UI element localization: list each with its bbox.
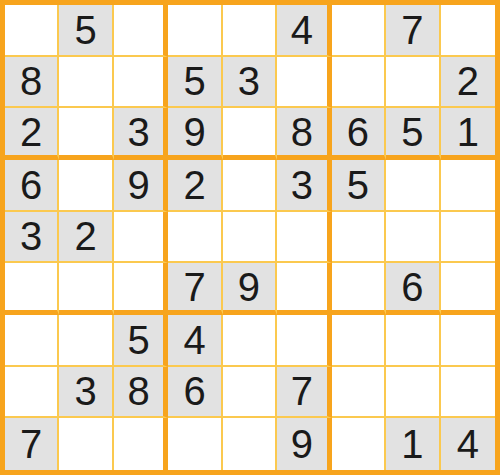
cell-r4c8[interactable] xyxy=(386,160,440,212)
cell-r7c4: 4 xyxy=(168,315,222,367)
cell-r6c9[interactable] xyxy=(441,263,495,315)
cell-r3c9: 1 xyxy=(441,108,495,160)
cell-r8c6: 7 xyxy=(277,367,331,419)
cell-r7c2[interactable] xyxy=(59,315,113,367)
cell-r3c4: 9 xyxy=(168,108,222,160)
cell-r1c2: 5 xyxy=(59,5,113,57)
cell-r2c8[interactable] xyxy=(386,57,440,109)
cell-r5c9[interactable] xyxy=(441,212,495,264)
cell-r4c4: 2 xyxy=(168,160,222,212)
cell-r2c9: 2 xyxy=(441,57,495,109)
cell-r5c4[interactable] xyxy=(168,212,222,264)
cell-r2c6[interactable] xyxy=(277,57,331,109)
cell-r4c5[interactable] xyxy=(223,160,277,212)
cell-r7c1[interactable] xyxy=(5,315,59,367)
cell-r5c7[interactable] xyxy=(332,212,386,264)
cell-r3c3: 3 xyxy=(114,108,168,160)
cell-r3c8: 5 xyxy=(386,108,440,160)
cell-r6c5: 9 xyxy=(223,263,277,315)
cell-r9c5[interactable] xyxy=(223,418,277,470)
cell-r5c8[interactable] xyxy=(386,212,440,264)
cell-r7c6[interactable] xyxy=(277,315,331,367)
cell-r3c2[interactable] xyxy=(59,108,113,160)
cell-r2c3[interactable] xyxy=(114,57,168,109)
cell-r2c5: 3 xyxy=(223,57,277,109)
cell-r5c3[interactable] xyxy=(114,212,168,264)
cell-r9c3[interactable] xyxy=(114,418,168,470)
sudoku-board: 5478532239865169235327965438677914 xyxy=(0,0,500,475)
cell-r9c9: 4 xyxy=(441,418,495,470)
cell-r1c4[interactable] xyxy=(168,5,222,57)
cell-r8c2: 3 xyxy=(59,367,113,419)
cell-r6c4: 7 xyxy=(168,263,222,315)
cell-r8c1[interactable] xyxy=(5,367,59,419)
cell-r5c5[interactable] xyxy=(223,212,277,264)
cell-r1c8: 7 xyxy=(386,5,440,57)
cell-r6c7[interactable] xyxy=(332,263,386,315)
cell-r9c7[interactable] xyxy=(332,418,386,470)
cell-r6c8: 6 xyxy=(386,263,440,315)
cell-r7c8[interactable] xyxy=(386,315,440,367)
cell-r6c1[interactable] xyxy=(5,263,59,315)
cell-r3c7: 6 xyxy=(332,108,386,160)
cell-r6c3[interactable] xyxy=(114,263,168,315)
cell-r1c5[interactable] xyxy=(223,5,277,57)
cell-r5c1: 3 xyxy=(5,212,59,264)
cell-r2c4: 5 xyxy=(168,57,222,109)
cell-r2c1: 8 xyxy=(5,57,59,109)
cell-r1c1[interactable] xyxy=(5,5,59,57)
cell-r6c2[interactable] xyxy=(59,263,113,315)
cell-r1c6: 4 xyxy=(277,5,331,57)
cell-r8c3: 8 xyxy=(114,367,168,419)
cell-r8c5[interactable] xyxy=(223,367,277,419)
cell-r9c8: 1 xyxy=(386,418,440,470)
cell-r4c7: 5 xyxy=(332,160,386,212)
cell-r2c7[interactable] xyxy=(332,57,386,109)
cell-r8c8[interactable] xyxy=(386,367,440,419)
cell-r1c3[interactable] xyxy=(114,5,168,57)
cell-r8c4: 6 xyxy=(168,367,222,419)
cell-r4c6: 3 xyxy=(277,160,331,212)
cell-r3c6: 8 xyxy=(277,108,331,160)
cell-r7c7[interactable] xyxy=(332,315,386,367)
cell-r9c1: 7 xyxy=(5,418,59,470)
cell-r9c6: 9 xyxy=(277,418,331,470)
cell-r9c2[interactable] xyxy=(59,418,113,470)
cell-r4c2[interactable] xyxy=(59,160,113,212)
cell-r7c5[interactable] xyxy=(223,315,277,367)
cell-r2c2[interactable] xyxy=(59,57,113,109)
cell-r4c1: 6 xyxy=(5,160,59,212)
cell-r7c3: 5 xyxy=(114,315,168,367)
cell-r3c1: 2 xyxy=(5,108,59,160)
cell-r4c3: 9 xyxy=(114,160,168,212)
cell-r9c4[interactable] xyxy=(168,418,222,470)
cell-r3c5[interactable] xyxy=(223,108,277,160)
cell-r8c7[interactable] xyxy=(332,367,386,419)
cell-r5c6[interactable] xyxy=(277,212,331,264)
cell-r4c9[interactable] xyxy=(441,160,495,212)
cell-r8c9[interactable] xyxy=(441,367,495,419)
cell-r1c9[interactable] xyxy=(441,5,495,57)
cell-r5c2: 2 xyxy=(59,212,113,264)
cell-r6c6[interactable] xyxy=(277,263,331,315)
cell-r7c9[interactable] xyxy=(441,315,495,367)
cell-r1c7[interactable] xyxy=(332,5,386,57)
